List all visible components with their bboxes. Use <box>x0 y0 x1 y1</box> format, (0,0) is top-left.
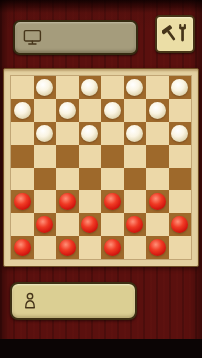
square-r1c3[interactable] <box>56 76 79 99</box>
square-r1c7[interactable] <box>146 76 169 99</box>
square-r5c7[interactable] <box>146 168 169 191</box>
red-piece[interactable] <box>14 193 31 210</box>
square-r5c1[interactable] <box>11 168 34 191</box>
square-r4c5[interactable] <box>101 145 124 168</box>
red-piece[interactable] <box>171 216 188 233</box>
square-r1c1[interactable] <box>11 76 34 99</box>
square-r2c5[interactable] <box>101 99 124 122</box>
square-r2c1[interactable] <box>11 99 34 122</box>
square-r1c4[interactable] <box>79 76 102 99</box>
checkers-board <box>3 68 199 267</box>
square-r2c3[interactable] <box>56 99 79 122</box>
square-r2c7[interactable] <box>146 99 169 122</box>
square-r1c5[interactable] <box>101 76 124 99</box>
square-r2c8[interactable] <box>169 99 192 122</box>
red-piece[interactable] <box>14 239 31 256</box>
white-piece[interactable] <box>171 125 188 142</box>
square-r6c1[interactable] <box>11 190 34 213</box>
white-piece[interactable] <box>36 125 53 142</box>
square-r6c3[interactable] <box>56 190 79 213</box>
square-r3c5[interactable] <box>101 122 124 145</box>
square-r3c6[interactable] <box>124 122 147 145</box>
white-piece[interactable] <box>81 125 98 142</box>
square-r4c7[interactable] <box>146 145 169 168</box>
square-r4c4[interactable] <box>79 145 102 168</box>
square-r4c3[interactable] <box>56 145 79 168</box>
square-r5c5[interactable] <box>101 168 124 191</box>
square-r6c4[interactable] <box>79 190 102 213</box>
red-piece[interactable] <box>149 239 166 256</box>
square-r8c4[interactable] <box>79 236 102 259</box>
white-piece[interactable] <box>59 102 76 119</box>
board-squares <box>11 76 191 259</box>
red-piece[interactable] <box>59 193 76 210</box>
white-piece[interactable] <box>104 102 121 119</box>
square-r5c3[interactable] <box>56 168 79 191</box>
red-piece[interactable] <box>104 193 121 210</box>
square-r8c7[interactable] <box>146 236 169 259</box>
square-r3c1[interactable] <box>11 122 34 145</box>
red-piece[interactable] <box>126 216 143 233</box>
square-r6c5[interactable] <box>101 190 124 213</box>
square-r2c4[interactable] <box>79 99 102 122</box>
square-r6c8[interactable] <box>169 190 192 213</box>
white-piece[interactable] <box>149 102 166 119</box>
square-r6c6[interactable] <box>124 190 147 213</box>
square-r3c7[interactable] <box>146 122 169 145</box>
white-piece[interactable] <box>171 79 188 96</box>
person-icon <box>23 292 37 310</box>
white-piece[interactable] <box>126 125 143 142</box>
white-piece[interactable] <box>126 79 143 96</box>
square-r7c2[interactable] <box>34 213 57 236</box>
square-r7c1[interactable] <box>11 213 34 236</box>
square-r6c7[interactable] <box>146 190 169 213</box>
square-r8c1[interactable] <box>11 236 34 259</box>
red-piece[interactable] <box>59 239 76 256</box>
square-r1c8[interactable] <box>169 76 192 99</box>
white-piece[interactable] <box>81 79 98 96</box>
square-r4c6[interactable] <box>124 145 147 168</box>
square-r3c2[interactable] <box>34 122 57 145</box>
square-r3c8[interactable] <box>169 122 192 145</box>
square-r5c8[interactable] <box>169 168 192 191</box>
square-r2c6[interactable] <box>124 99 147 122</box>
hammer-wrench-icon <box>162 22 189 46</box>
bottom-black-strip <box>0 339 202 358</box>
square-r4c2[interactable] <box>34 145 57 168</box>
square-r4c8[interactable] <box>169 145 192 168</box>
opponent-nameplate <box>13 20 138 55</box>
square-r1c2[interactable] <box>34 76 57 99</box>
checkers-app-screen <box>0 0 202 358</box>
settings-button[interactable] <box>155 15 195 53</box>
square-r7c7[interactable] <box>146 213 169 236</box>
square-r7c6[interactable] <box>124 213 147 236</box>
square-r5c6[interactable] <box>124 168 147 191</box>
white-piece[interactable] <box>14 102 31 119</box>
red-piece[interactable] <box>81 216 98 233</box>
square-r3c3[interactable] <box>56 122 79 145</box>
square-r2c2[interactable] <box>34 99 57 122</box>
square-r8c3[interactable] <box>56 236 79 259</box>
square-r8c8[interactable] <box>169 236 192 259</box>
square-r1c6[interactable] <box>124 76 147 99</box>
red-piece[interactable] <box>104 239 121 256</box>
square-r5c2[interactable] <box>34 168 57 191</box>
computer-icon <box>23 29 42 46</box>
player-nameplate <box>10 282 137 320</box>
square-r4c1[interactable] <box>11 145 34 168</box>
square-r7c5[interactable] <box>101 213 124 236</box>
square-r8c2[interactable] <box>34 236 57 259</box>
white-piece[interactable] <box>36 79 53 96</box>
square-r6c2[interactable] <box>34 190 57 213</box>
red-piece[interactable] <box>36 216 53 233</box>
square-r7c3[interactable] <box>56 213 79 236</box>
square-r7c8[interactable] <box>169 213 192 236</box>
square-r5c4[interactable] <box>79 168 102 191</box>
square-r7c4[interactable] <box>79 213 102 236</box>
red-piece[interactable] <box>149 193 166 210</box>
square-r8c6[interactable] <box>124 236 147 259</box>
square-r3c4[interactable] <box>79 122 102 145</box>
square-r8c5[interactable] <box>101 236 124 259</box>
